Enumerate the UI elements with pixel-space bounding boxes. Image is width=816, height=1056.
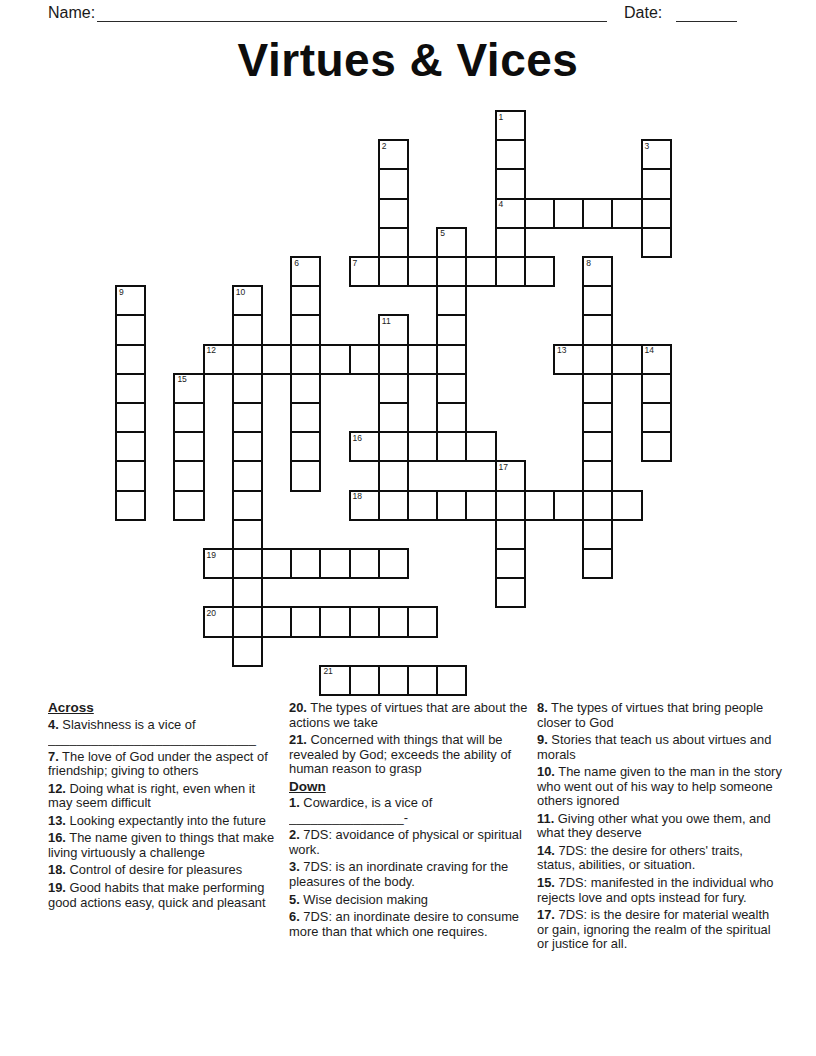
clue: 11. Giving other what you owe them, and …	[537, 812, 783, 841]
grid-cell[interactable]	[232, 314, 263, 345]
clue-column-left: Across4. Slavishness is a vice of_______…	[48, 701, 281, 913]
grid-cell[interactable]: 5	[436, 227, 467, 258]
clue-number: 15.	[537, 875, 555, 890]
grid-cell[interactable]	[232, 548, 263, 579]
grid-cell[interactable]: 17	[495, 460, 526, 491]
clue-number: 17.	[537, 907, 555, 922]
grid-cell[interactable]	[232, 402, 263, 433]
grid-cell[interactable]	[290, 548, 321, 579]
cell-number: 1	[499, 113, 504, 122]
grid-cell[interactable]	[465, 490, 496, 521]
grid-cell[interactable]	[378, 168, 409, 199]
grid-cell[interactable]: 4	[495, 198, 526, 229]
grid-cell[interactable]	[495, 548, 526, 579]
clue-answer-blank: ________________-	[289, 811, 534, 826]
grid-cell[interactable]	[115, 344, 146, 375]
clue-number: 10.	[537, 764, 555, 779]
grid-cell[interactable]	[465, 256, 496, 287]
grid-cell[interactable]	[261, 548, 292, 579]
grid-cell[interactable]	[495, 256, 526, 287]
cell-number: 15	[177, 375, 186, 384]
grid-cell[interactable]: 18	[349, 490, 380, 521]
grid-cell[interactable]	[232, 431, 263, 462]
grid-cell[interactable]: 8	[582, 256, 613, 287]
clue: 14. 7DS: the desire for others' traits, …	[537, 844, 783, 873]
clue-list-header: Across	[48, 701, 281, 716]
grid-cell[interactable]	[290, 431, 321, 462]
grid-cell[interactable]	[641, 402, 672, 433]
grid-cell[interactable]	[378, 490, 409, 521]
grid-cell[interactable]	[378, 373, 409, 404]
grid-cell[interactable]	[290, 373, 321, 404]
grid-cell[interactable]	[641, 373, 672, 404]
grid-cell[interactable]	[173, 431, 204, 462]
grid-cell[interactable]	[290, 314, 321, 345]
grid-cell[interactable]	[524, 256, 555, 287]
clue-number: 13.	[48, 813, 66, 828]
crossword-grid: 123456789101112131415161718192021	[115, 110, 672, 696]
grid-cell[interactable]	[582, 285, 613, 316]
grid-cell[interactable]	[407, 256, 438, 287]
grid-cell[interactable]	[378, 431, 409, 462]
grid-cell[interactable]	[553, 490, 584, 521]
cell-number: 4	[499, 200, 504, 209]
grid-cell[interactable]	[290, 344, 321, 375]
grid-cell[interactable]: 10	[232, 285, 263, 316]
grid-cell[interactable]	[232, 606, 263, 637]
grid-cell[interactable]	[465, 431, 496, 462]
grid-cell[interactable]	[378, 198, 409, 229]
grid-cell[interactable]	[115, 314, 146, 345]
cell-number: 6	[294, 259, 299, 268]
cell-number: 5	[440, 229, 445, 238]
grid-cell[interactable]	[407, 490, 438, 521]
clue: 15. 7DS: manifested in the individual wh…	[537, 876, 783, 905]
grid-cell[interactable]	[582, 344, 613, 375]
clue-number: 4.	[48, 717, 59, 732]
clue-number: 3.	[289, 859, 300, 874]
grid-cell[interactable]	[115, 402, 146, 433]
grid-cell[interactable]	[232, 636, 263, 667]
cell-number: 12	[207, 346, 216, 355]
clue: 9. Stories that teach us about virtues a…	[537, 733, 783, 762]
grid-cell[interactable]	[378, 402, 409, 433]
clue-number: 11.	[537, 811, 554, 826]
clue: 18. Control of desire for pleasures	[48, 863, 281, 878]
clue: 8. The types of virtues that bring peopl…	[537, 701, 783, 730]
grid-cell[interactable]	[524, 198, 555, 229]
clue-number: 12.	[48, 781, 66, 796]
grid-cell[interactable]	[495, 227, 526, 258]
grid-cell[interactable]	[349, 606, 380, 637]
cell-number: 8	[586, 259, 591, 268]
grid-cell[interactable]	[232, 460, 263, 491]
grid-cell[interactable]	[582, 548, 613, 579]
clue: 2. 7DS: avoidance of physical or spiritu…	[289, 828, 534, 857]
clue: 5. Wise decision making	[289, 893, 534, 908]
grid-cell[interactable]: 1	[495, 110, 526, 141]
grid-cell[interactable]	[319, 344, 350, 375]
grid-cell[interactable]: 2	[378, 139, 409, 170]
grid-cell[interactable]	[378, 256, 409, 287]
clue: 20. The types of virtues that are about …	[289, 701, 534, 730]
grid-cell[interactable]	[582, 460, 613, 491]
grid-cell[interactable]: 15	[173, 373, 204, 404]
grid-cell[interactable]	[582, 402, 613, 433]
grid-cell[interactable]	[436, 314, 467, 345]
grid-cell[interactable]	[582, 373, 613, 404]
clue-number: 19.	[48, 880, 66, 895]
grid-cell[interactable]	[582, 490, 613, 521]
grid-cell[interactable]	[290, 402, 321, 433]
cell-number: 19	[207, 551, 216, 560]
clue: 4. Slavishness is a vice of_____________…	[48, 718, 281, 747]
grid-cell[interactable]	[319, 606, 350, 637]
name-write-in-line[interactable]	[97, 2, 607, 22]
clue-number: 16.	[48, 830, 66, 845]
cell-number: 14	[645, 346, 654, 355]
grid-cell[interactable]	[378, 460, 409, 491]
clue-number: 8.	[537, 700, 548, 715]
grid-cell[interactable]	[436, 665, 467, 696]
grid-cell[interactable]: 3	[641, 139, 672, 170]
clue-number: 7.	[48, 749, 59, 764]
grid-cell[interactable]	[349, 548, 380, 579]
grid-cell[interactable]	[378, 344, 409, 375]
clue-column-right: 8. The types of virtues that bring peopl…	[537, 701, 783, 955]
clue-number: 9.	[537, 732, 548, 747]
grid-cell[interactable]	[173, 460, 204, 491]
grid-cell[interactable]	[436, 285, 467, 316]
grid-cell[interactable]	[173, 490, 204, 521]
grid-cell[interactable]	[349, 344, 380, 375]
grid-cell[interactable]	[232, 577, 263, 608]
clue-number: 2.	[289, 827, 300, 842]
clue-column-middle: 20. The types of virtues that are about …	[289, 701, 534, 942]
grid-cell[interactable]	[261, 606, 292, 637]
grid-cell[interactable]: 7	[349, 256, 380, 287]
grid-cell[interactable]	[232, 344, 263, 375]
grid-cell[interactable]	[378, 606, 409, 637]
cell-number: 10	[236, 288, 245, 297]
grid-cell[interactable]: 21	[319, 665, 350, 696]
cell-number: 7	[353, 259, 358, 268]
grid-cell[interactable]	[407, 431, 438, 462]
grid-cell[interactable]	[495, 168, 526, 199]
grid-cell[interactable]	[232, 490, 263, 521]
grid-cell[interactable]	[582, 519, 613, 550]
grid-cell[interactable]	[436, 431, 467, 462]
grid-cell[interactable]	[436, 373, 467, 404]
grid-cell[interactable]	[173, 402, 204, 433]
clue: 12. Doing what is right, even when it ma…	[48, 782, 281, 811]
grid-cell[interactable]	[407, 665, 438, 696]
clue: 1. Cowardice, is a vice of______________…	[289, 796, 534, 825]
grid-cell[interactable]	[378, 227, 409, 258]
grid-cell[interactable]	[495, 577, 526, 608]
grid-cell[interactable]	[436, 344, 467, 375]
cell-number: 11	[382, 317, 391, 326]
page-title: Virtues & Vices	[0, 33, 816, 87]
cell-number: 9	[119, 288, 124, 297]
grid-cell[interactable]	[319, 548, 350, 579]
grid-cell[interactable]: 9	[115, 285, 146, 316]
grid-cell[interactable]	[495, 519, 526, 550]
grid-cell[interactable]	[290, 606, 321, 637]
cell-number: 18	[353, 492, 362, 501]
name-label: Name:	[48, 4, 95, 22]
cell-number: 2	[382, 142, 387, 151]
grid-cell[interactable]	[378, 665, 409, 696]
cell-number: 3	[645, 142, 650, 151]
grid-cell[interactable]	[436, 256, 467, 287]
clue: 19. Good habits that make performing goo…	[48, 881, 281, 910]
grid-cell[interactable]	[349, 665, 380, 696]
grid-cell[interactable]	[378, 548, 409, 579]
grid-cell[interactable]	[436, 490, 467, 521]
clue-number: 14.	[537, 843, 555, 858]
date-label: Date:	[624, 4, 662, 22]
grid-cell[interactable]	[553, 198, 584, 229]
cell-number: 16	[353, 434, 362, 443]
clue-number: 21.	[289, 732, 307, 747]
grid-cell[interactable]	[261, 344, 292, 375]
clue: 13. Looking expectantly into the future	[48, 814, 281, 829]
clue-number: 5.	[289, 892, 300, 907]
clue-number: 6.	[289, 909, 300, 924]
grid-cell[interactable]: 14	[641, 344, 672, 375]
clue: 10. The name given to the man in the sto…	[537, 765, 783, 809]
clue-answer-blank: _____________________________	[48, 732, 281, 747]
cell-number: 13	[557, 346, 566, 355]
grid-cell[interactable]	[641, 431, 672, 462]
grid-cell[interactable]: 19	[203, 548, 234, 579]
grid-cell[interactable]	[115, 490, 146, 521]
grid-cell[interactable]	[611, 344, 642, 375]
grid-cell[interactable]	[115, 460, 146, 491]
grid-cell[interactable]	[611, 198, 642, 229]
clue: 6. 7DS: an inordinate desire to consume …	[289, 910, 534, 939]
cell-number: 20	[207, 609, 216, 618]
grid-cell[interactable]	[611, 490, 642, 521]
grid-cell[interactable]	[495, 490, 526, 521]
grid-cell[interactable]: 20	[203, 606, 234, 637]
clue-list-header: Down	[289, 780, 534, 795]
clue-number: 18.	[48, 862, 66, 877]
clue-number: 20.	[289, 700, 307, 715]
cell-number: 17	[499, 463, 508, 472]
grid-cell[interactable]	[495, 139, 526, 170]
date-write-in-line[interactable]	[676, 2, 737, 22]
grid-cell[interactable]: 12	[203, 344, 234, 375]
grid-cell[interactable]	[641, 168, 672, 199]
clue-number: 1.	[289, 795, 300, 810]
grid-cell[interactable]	[407, 606, 438, 637]
grid-cell[interactable]	[582, 431, 613, 462]
grid-cell[interactable]	[290, 285, 321, 316]
grid-cell[interactable]	[524, 490, 555, 521]
clue: 3. 7DS: is an inordinate craving for the…	[289, 860, 534, 889]
grid-cell[interactable]	[232, 519, 263, 550]
clue: 16. The name given to things that make l…	[48, 831, 281, 860]
grid-cell[interactable]	[436, 402, 467, 433]
grid-cell[interactable]	[582, 198, 613, 229]
grid-cell[interactable]	[290, 460, 321, 491]
grid-cell[interactable]	[115, 431, 146, 462]
grid-cell[interactable]: 16	[349, 431, 380, 462]
grid-cell[interactable]	[641, 198, 672, 229]
grid-cell[interactable]: 6	[290, 256, 321, 287]
grid-cell[interactable]: 13	[553, 344, 584, 375]
grid-cell[interactable]	[641, 227, 672, 258]
clue: 7. The love of God under the aspect of f…	[48, 750, 281, 779]
grid-cell[interactable]	[232, 373, 263, 404]
cell-number: 21	[323, 667, 332, 676]
clue: 21. Concerned with things that will be r…	[289, 733, 534, 777]
grid-cell[interactable]	[407, 344, 438, 375]
grid-cell[interactable]	[115, 373, 146, 404]
grid-cell[interactable]	[582, 314, 613, 345]
grid-cell[interactable]: 11	[378, 314, 409, 345]
worksheet-page: { "game": "crossword", "title": "Virtues…	[0, 0, 816, 1056]
clue: 17. 7DS: is the desire for material weal…	[537, 908, 783, 952]
